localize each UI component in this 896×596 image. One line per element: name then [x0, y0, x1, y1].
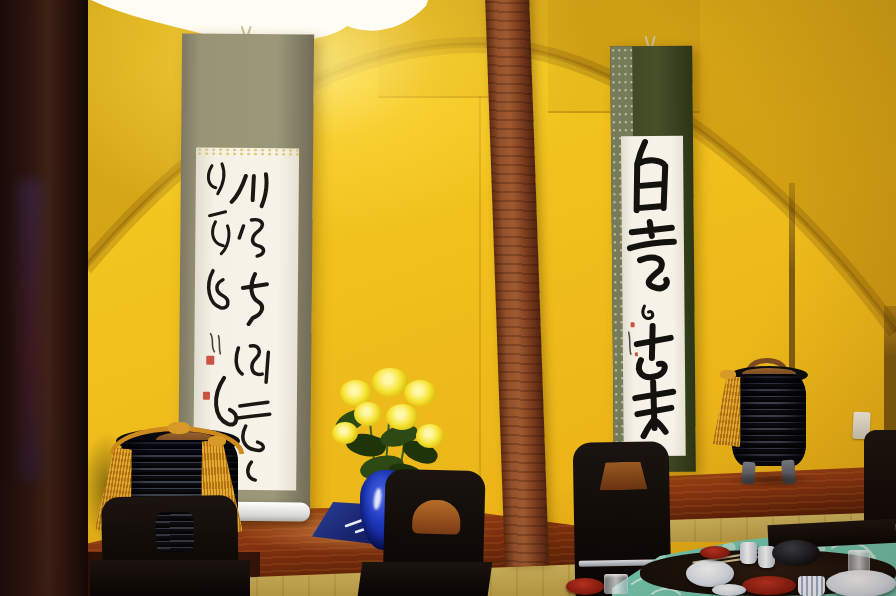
tassel-knot	[720, 370, 736, 379]
red-seal-stamp	[631, 322, 635, 327]
striped-soba-cup	[798, 576, 825, 596]
red-bowl-left	[566, 578, 604, 595]
drum-shadow	[726, 472, 816, 488]
red-seal-stamp	[635, 352, 638, 356]
red-lacquer-saucer	[742, 576, 796, 595]
glass-cup	[604, 574, 628, 594]
scroll-right	[608, 36, 696, 473]
rope-knot	[168, 422, 190, 434]
red-dish-back	[700, 546, 730, 559]
small-white-dish	[712, 584, 746, 596]
pillar-reflection	[18, 180, 44, 480]
drum-body	[732, 374, 806, 466]
red-seal-stamp	[203, 392, 210, 400]
chair-cutout	[599, 462, 647, 491]
chair-cutout	[412, 499, 461, 534]
chrysanthemum	[332, 422, 358, 444]
white-bowl	[686, 560, 734, 587]
pillar-left-edge	[0, 0, 88, 596]
black-lacquer-bowl	[772, 540, 820, 566]
chrysanthemum	[416, 424, 444, 448]
photo-stage	[0, 0, 896, 596]
chair-cutout	[155, 512, 194, 553]
chrysanthemum	[404, 380, 436, 406]
chrysanthemum	[372, 368, 408, 396]
drum-stool-right	[716, 356, 816, 488]
zaisu-chair-far-left-seat	[90, 560, 250, 596]
calligraphy-bold	[621, 136, 686, 457]
chrysanthemum	[386, 404, 418, 430]
large-white-bowl	[826, 570, 896, 596]
red-seal-stamp	[206, 356, 214, 365]
zaisu-chair-center-seat	[358, 562, 493, 596]
sake-cup	[740, 542, 757, 564]
chrysanthemum	[354, 402, 382, 426]
tassel-knot	[208, 436, 226, 446]
